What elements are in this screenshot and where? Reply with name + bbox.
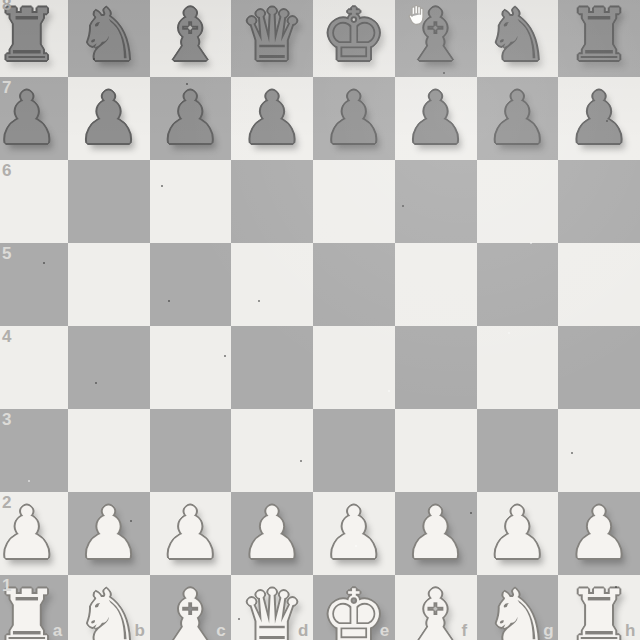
file-label-e: e bbox=[380, 622, 389, 639]
square-c7[interactable]: ♟ bbox=[150, 77, 232, 160]
square-g3[interactable] bbox=[477, 409, 559, 492]
square-f2[interactable]: ♟ bbox=[395, 492, 477, 575]
square-c4[interactable] bbox=[150, 326, 232, 409]
white-pawn-e2[interactable]: ♟ bbox=[313, 492, 395, 575]
square-d8[interactable]: ♛ bbox=[231, 0, 313, 77]
rank-label-1: 1 bbox=[2, 577, 11, 594]
square-d5[interactable] bbox=[231, 243, 313, 326]
square-e2[interactable]: ♟ bbox=[313, 492, 395, 575]
square-b2[interactable]: ♟ bbox=[68, 492, 150, 575]
black-pawn-h7[interactable]: ♟ bbox=[558, 77, 640, 160]
rank-label-8: 8 bbox=[2, 0, 11, 13]
white-pawn-g2[interactable]: ♟ bbox=[477, 492, 559, 575]
black-knight-b8[interactable]: ♞ bbox=[68, 0, 150, 77]
square-e8[interactable]: ♚ bbox=[313, 0, 395, 77]
white-pawn-h2[interactable]: ♟ bbox=[558, 492, 640, 575]
file-label-d: d bbox=[298, 622, 308, 639]
black-bishop-c8[interactable]: ♝ bbox=[150, 0, 232, 77]
square-h3[interactable] bbox=[558, 409, 640, 492]
square-d4[interactable] bbox=[231, 326, 313, 409]
square-c3[interactable] bbox=[150, 409, 232, 492]
black-pawn-b7[interactable]: ♟ bbox=[68, 77, 150, 160]
black-pawn-g7[interactable]: ♟ bbox=[477, 77, 559, 160]
board: ♜♞♝♛♚♝♞♜♟♟♟♟♟♟♟♟♟♟♟♟♟♟♟♟♜♞♝♛♚♝♞♜ bbox=[0, 0, 640, 640]
square-e7[interactable]: ♟ bbox=[313, 77, 395, 160]
square-c2[interactable]: ♟ bbox=[150, 492, 232, 575]
square-c6[interactable] bbox=[150, 160, 232, 243]
square-b5[interactable] bbox=[68, 243, 150, 326]
file-label-f: f bbox=[462, 622, 468, 639]
square-e5[interactable] bbox=[313, 243, 395, 326]
rank-label-5: 5 bbox=[2, 245, 11, 262]
square-g7[interactable]: ♟ bbox=[477, 77, 559, 160]
square-e6[interactable] bbox=[313, 160, 395, 243]
file-label-c: c bbox=[216, 622, 225, 639]
square-e4[interactable] bbox=[313, 326, 395, 409]
black-bishop-f8[interactable]: ♝ bbox=[395, 0, 477, 77]
square-b6[interactable] bbox=[68, 160, 150, 243]
square-f3[interactable] bbox=[395, 409, 477, 492]
black-pawn-d7[interactable]: ♟ bbox=[231, 77, 313, 160]
square-d3[interactable] bbox=[231, 409, 313, 492]
square-b4[interactable] bbox=[68, 326, 150, 409]
white-pawn-f2[interactable]: ♟ bbox=[395, 492, 477, 575]
rank-label-2: 2 bbox=[2, 494, 11, 511]
rank-label-4: 4 bbox=[2, 328, 11, 345]
square-f7[interactable]: ♟ bbox=[395, 77, 477, 160]
file-label-h: h bbox=[625, 622, 635, 639]
black-rook-h8[interactable]: ♜ bbox=[558, 0, 640, 77]
black-knight-g8[interactable]: ♞ bbox=[477, 0, 559, 77]
square-g5[interactable] bbox=[477, 243, 559, 326]
square-h8[interactable]: ♜ bbox=[558, 0, 640, 77]
rank-label-6: 6 bbox=[2, 162, 11, 179]
black-queen-d8[interactable]: ♛ bbox=[231, 0, 313, 77]
square-f4[interactable] bbox=[395, 326, 477, 409]
white-pawn-b2[interactable]: ♟ bbox=[68, 492, 150, 575]
black-pawn-e7[interactable]: ♟ bbox=[313, 77, 395, 160]
square-d6[interactable] bbox=[231, 160, 313, 243]
square-f8[interactable]: ♝ bbox=[395, 0, 477, 77]
rank-label-7: 7 bbox=[2, 79, 11, 96]
square-g4[interactable] bbox=[477, 326, 559, 409]
square-f5[interactable] bbox=[395, 243, 477, 326]
black-pawn-f7[interactable]: ♟ bbox=[395, 77, 477, 160]
white-pawn-c2[interactable]: ♟ bbox=[150, 492, 232, 575]
square-c8[interactable]: ♝ bbox=[150, 0, 232, 77]
square-g2[interactable]: ♟ bbox=[477, 492, 559, 575]
file-label-g: g bbox=[543, 622, 553, 639]
file-label-a: a bbox=[53, 622, 62, 639]
square-g6[interactable] bbox=[477, 160, 559, 243]
square-b8[interactable]: ♞ bbox=[68, 0, 150, 77]
square-e3[interactable] bbox=[313, 409, 395, 492]
black-pawn-c7[interactable]: ♟ bbox=[150, 77, 232, 160]
white-pawn-d2[interactable]: ♟ bbox=[231, 492, 313, 575]
square-b7[interactable]: ♟ bbox=[68, 77, 150, 160]
square-h6[interactable] bbox=[558, 160, 640, 243]
square-f6[interactable] bbox=[395, 160, 477, 243]
square-b3[interactable] bbox=[68, 409, 150, 492]
chessboard-screenshot: ♜♞♝♛♚♝♞♜♟♟♟♟♟♟♟♟♟♟♟♟♟♟♟♟♜♞♝♛♚♝♞♜ 8765432… bbox=[0, 0, 640, 640]
square-h2[interactable]: ♟ bbox=[558, 492, 640, 575]
square-d2[interactable]: ♟ bbox=[231, 492, 313, 575]
black-king-e8[interactable]: ♚ bbox=[313, 0, 395, 77]
rank-label-3: 3 bbox=[2, 411, 11, 428]
file-label-b: b bbox=[135, 622, 145, 639]
square-d7[interactable]: ♟ bbox=[231, 77, 313, 160]
square-h5[interactable] bbox=[558, 243, 640, 326]
square-h4[interactable] bbox=[558, 326, 640, 409]
square-c5[interactable] bbox=[150, 243, 232, 326]
square-h7[interactable]: ♟ bbox=[558, 77, 640, 160]
square-g8[interactable]: ♞ bbox=[477, 0, 559, 77]
